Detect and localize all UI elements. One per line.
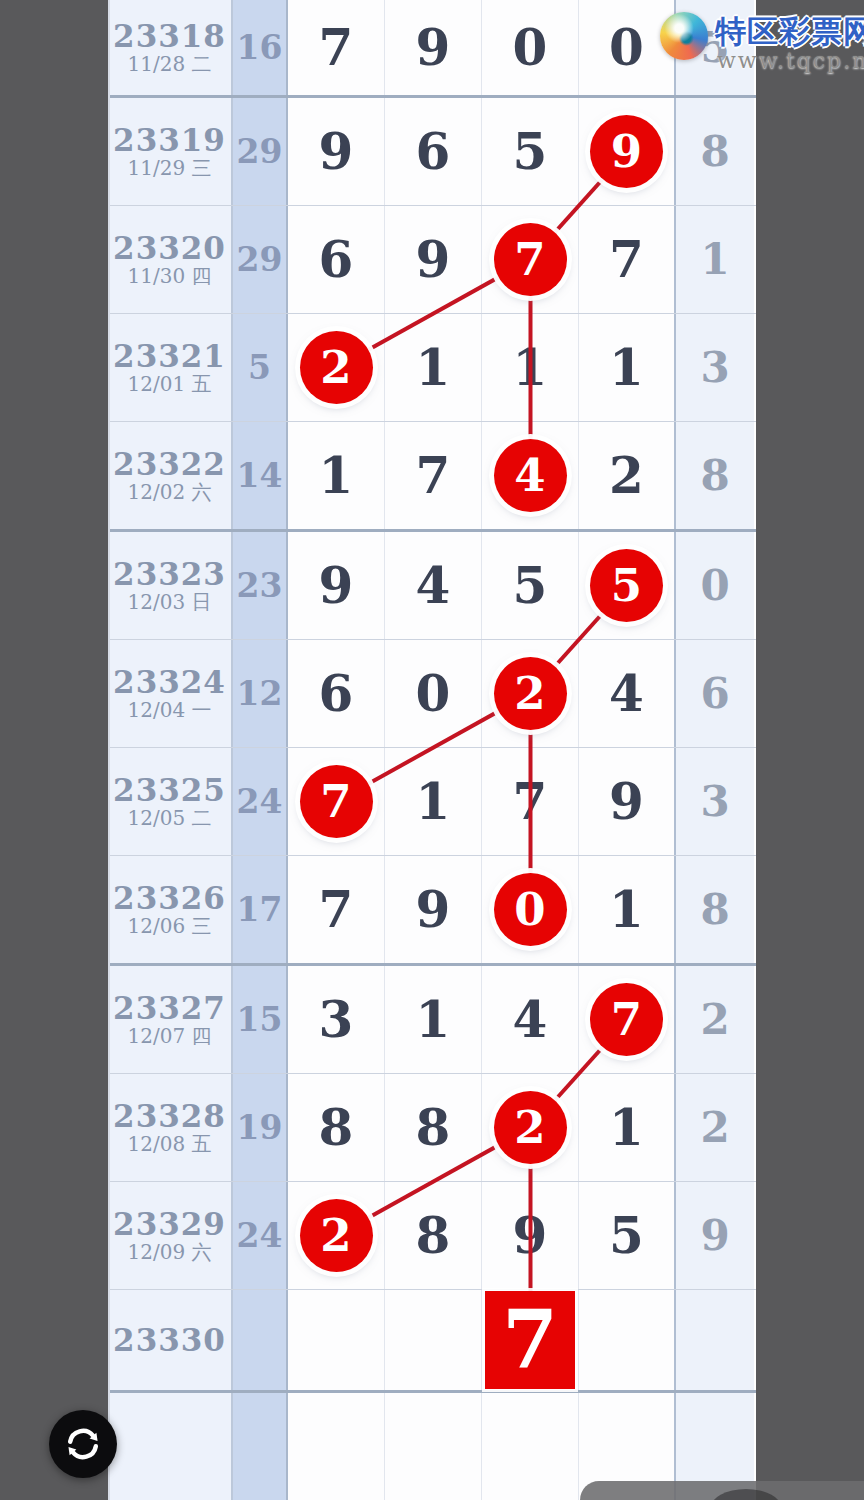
stat-cell: 29	[233, 98, 288, 205]
draw-digit: 7	[513, 772, 548, 831]
draw-digit: 5	[513, 122, 548, 181]
highlight-circle: 9	[590, 115, 663, 188]
digit-cell: 4	[482, 422, 579, 529]
digit-cell	[482, 1393, 579, 1500]
digit-cell: 0	[482, 856, 579, 963]
digit-cell: 1	[385, 748, 482, 855]
draw-digit: 7	[319, 18, 354, 77]
draw-row-23324: 2332412/04 一1260246	[108, 639, 756, 747]
draw-digit: 6	[319, 664, 354, 723]
draw-digit: 9	[319, 122, 354, 181]
draw-date: 12/08 五	[128, 1134, 212, 1155]
right-stat-cell: 8	[676, 422, 754, 529]
trend-chart-table: 2331811/28 二16790052331911/29 三299659823…	[108, 0, 756, 1500]
digit-cell: 9	[385, 206, 482, 313]
draw-digit: 1	[609, 880, 644, 939]
digit-cell: 9	[288, 98, 385, 205]
highlight-circle: 5	[590, 549, 663, 622]
period-number: 23324	[113, 666, 226, 699]
digit-cell: 6	[288, 206, 385, 313]
prediction-box: 7	[485, 1291, 575, 1389]
stat-cell: 16	[233, 0, 288, 95]
draw-digit: 9	[513, 1206, 548, 1265]
period-cell: 2332312/03 日	[108, 532, 233, 639]
right-stat-cell: 0	[676, 532, 754, 639]
period-cell: 2332412/04 一	[108, 640, 233, 747]
digit-cell: 1	[579, 856, 676, 963]
stat-cell: 23	[233, 532, 288, 639]
period-number: 23327	[113, 992, 226, 1025]
draw-digit: 5	[513, 556, 548, 615]
period-number: 23326	[113, 882, 226, 915]
stat-cell: 24	[233, 1182, 288, 1289]
draw-row-23325: 2332512/05 二2471793	[108, 747, 756, 855]
draw-digit: 0	[609, 18, 644, 77]
digit-cell: 9	[385, 0, 482, 95]
digit-cell: 7	[288, 748, 385, 855]
digit-cell: 4	[385, 532, 482, 639]
digit-cell: 2	[579, 422, 676, 529]
draw-digit: 7	[416, 446, 451, 505]
draw-date: 12/04 一	[128, 700, 212, 721]
draw-digit: 4	[513, 990, 548, 1049]
draw-row-23326: 2332612/06 三1779018	[108, 855, 756, 963]
draw-digit: 9	[416, 880, 451, 939]
period-cell: 2331811/28 二	[108, 0, 233, 95]
draw-digit: 5	[609, 1206, 644, 1265]
period-number: 23321	[113, 340, 226, 373]
period-number: 23325	[113, 774, 226, 807]
right-stat-cell: 1	[676, 206, 754, 313]
highlight-circle: 7	[590, 983, 663, 1056]
stat-cell: 14	[233, 422, 288, 529]
digit-cell: 2	[288, 1182, 385, 1289]
draw-digit: 9	[416, 230, 451, 289]
digit-cell	[288, 1393, 385, 1500]
bottom-sheet-corner	[580, 1481, 864, 1500]
draw-date: 12/03 日	[128, 592, 212, 613]
stat-cell: 29	[233, 206, 288, 313]
right-stat-cell: 3	[676, 748, 754, 855]
refresh-button[interactable]	[49, 1410, 117, 1478]
site-url: www.tqcp.net	[717, 48, 864, 73]
period-cell: 2332612/06 三	[108, 856, 233, 963]
draw-digit: 9	[416, 18, 451, 77]
draw-row-23323: 2332312/03 日2394550	[108, 529, 756, 639]
digit-cell	[579, 1290, 676, 1390]
refresh-icon	[59, 1420, 107, 1468]
draw-digit: 9	[319, 556, 354, 615]
period-number: 23318	[113, 20, 226, 53]
stat-cell	[233, 1393, 288, 1500]
draw-date: 12/07 四	[128, 1026, 212, 1047]
draw-date: 11/28 二	[128, 54, 212, 75]
draw-digit: 1	[416, 338, 451, 397]
right-stat-cell	[676, 1290, 754, 1390]
period-cell: 2332812/08 五	[108, 1074, 233, 1181]
digit-cell: 2	[482, 1074, 579, 1181]
digit-cell: 9	[579, 98, 676, 205]
draw-date: 12/09 六	[128, 1242, 212, 1263]
digit-cell: 6	[385, 98, 482, 205]
period-cell: 23330	[108, 1290, 233, 1390]
right-stat-cell: 6	[676, 640, 754, 747]
draw-row-23320: 2332011/30 四2969771	[108, 205, 756, 313]
digit-cell: 9	[385, 856, 482, 963]
stat-cell: 24	[233, 748, 288, 855]
period-cell: 2332212/02 六	[108, 422, 233, 529]
draw-row-23318: 2331811/28 二1679005	[108, 0, 756, 95]
draw-row-23319: 2331911/29 三2996598	[108, 95, 756, 205]
digit-cell: 5	[482, 98, 579, 205]
draw-digit: 0	[513, 18, 548, 77]
period-number: 23323	[113, 558, 226, 591]
digit-cell: 9	[288, 532, 385, 639]
draw-digit: 8	[416, 1098, 451, 1157]
digit-cell: 8	[385, 1182, 482, 1289]
draw-row-23328: 2332812/08 五1988212	[108, 1073, 756, 1181]
logo-swirl-icon	[660, 12, 708, 60]
stat-cell: 15	[233, 966, 288, 1073]
stat-cell: 19	[233, 1074, 288, 1181]
draw-digit: 6	[319, 230, 354, 289]
digit-cell: 7	[385, 422, 482, 529]
draw-date: 12/05 二	[128, 808, 212, 829]
draw-date: 11/29 三	[128, 158, 212, 179]
right-stat-cell: 2	[676, 1074, 754, 1181]
digit-cell: 8	[288, 1074, 385, 1181]
digit-cell: 4	[482, 966, 579, 1073]
period-cell: 2332712/07 四	[108, 966, 233, 1073]
digit-cell	[385, 1393, 482, 1500]
period-number: 23322	[113, 448, 226, 481]
highlight-circle: 2	[494, 1091, 567, 1164]
digit-cell: 2	[288, 314, 385, 421]
digit-cell: 6	[288, 640, 385, 747]
period-number: 23319	[113, 124, 226, 157]
period-cell: 2332011/30 四	[108, 206, 233, 313]
period-cell: 2331911/29 三	[108, 98, 233, 205]
draw-digit: 8	[319, 1098, 354, 1157]
period-cell: 2332912/09 六	[108, 1182, 233, 1289]
right-stat-cell: 8	[676, 98, 754, 205]
period-number: 23320	[113, 232, 226, 265]
stat-cell: 12	[233, 640, 288, 747]
draw-digit: 4	[609, 664, 644, 723]
digit-cell: 4	[579, 640, 676, 747]
digit-cell: 9	[579, 748, 676, 855]
hidden-fab-hint	[710, 1489, 782, 1500]
lottery-trend-page: 2331811/28 二16790052331911/29 三299659823…	[0, 0, 864, 1500]
stat-cell: 17	[233, 856, 288, 963]
digit-cell: 1	[579, 1074, 676, 1181]
highlight-circle: 2	[494, 657, 567, 730]
digit-cell: 0	[482, 0, 579, 95]
digit-cell: 7	[482, 748, 579, 855]
digit-cell: 8	[385, 1074, 482, 1181]
digit-cell: 5	[482, 532, 579, 639]
draw-row-23327: 2332712/07 四1531472	[108, 963, 756, 1073]
draw-date: 12/01 五	[128, 374, 212, 395]
draw-row-23321: 2332112/01 五521113	[108, 313, 756, 421]
draw-digit: 1	[609, 338, 644, 397]
draw-digit: 8	[416, 1206, 451, 1265]
draw-row-23329: 2332912/09 六2428959	[108, 1181, 756, 1289]
period-cell: 2332512/05 二	[108, 748, 233, 855]
right-stat-cell: 9	[676, 1182, 754, 1289]
site-name: 特区彩票网	[715, 11, 864, 53]
draw-date: 12/02 六	[128, 482, 212, 503]
period-cell: 2332112/01 五	[108, 314, 233, 421]
highlight-circle: 7	[300, 765, 373, 838]
draw-digit: 1	[609, 1098, 644, 1157]
digit-cell: 2	[482, 640, 579, 747]
period-number: 23329	[113, 1208, 226, 1241]
period-number: 23328	[113, 1100, 226, 1133]
highlight-circle: 0	[494, 873, 567, 946]
right-stat-cell: 3	[676, 314, 754, 421]
digit-cell: 1	[385, 966, 482, 1073]
digit-cell: 1	[482, 314, 579, 421]
digit-cell: 7	[482, 1290, 579, 1390]
highlight-circle: 2	[300, 331, 373, 404]
digit-cell: 5	[579, 1182, 676, 1289]
highlight-circle: 7	[494, 223, 567, 296]
draw-digit: 4	[416, 556, 451, 615]
draw-digit: 1	[416, 990, 451, 1049]
right-stat-cell: 8	[676, 856, 754, 963]
highlight-circle: 4	[494, 439, 567, 512]
draw-digit: 2	[609, 446, 644, 505]
digit-cell: 7	[579, 966, 676, 1073]
digit-cell: 0	[385, 640, 482, 747]
draw-digit: 6	[416, 122, 451, 181]
digit-cell: 5	[579, 532, 676, 639]
digit-cell: 1	[579, 314, 676, 421]
digit-cell: 9	[482, 1182, 579, 1289]
digit-cell: 1	[288, 422, 385, 529]
draw-date: 12/06 三	[128, 916, 212, 937]
draw-digit: 0	[416, 664, 451, 723]
digit-cell	[385, 1290, 482, 1390]
digit-cell: 3	[288, 966, 385, 1073]
highlight-circle: 2	[300, 1199, 373, 1272]
stat-cell: 5	[233, 314, 288, 421]
draw-row-23322: 2332212/02 六1417428	[108, 421, 756, 529]
period-number: 23330	[113, 1324, 226, 1357]
draw-digit: 7	[319, 880, 354, 939]
digit-cell: 7	[288, 856, 385, 963]
draw-digit: 1	[319, 446, 354, 505]
right-stat-cell: 2	[676, 966, 754, 1073]
digit-cell: 7	[482, 206, 579, 313]
draw-digit: 3	[319, 990, 354, 1049]
draw-digit: 1	[513, 338, 548, 397]
site-logo[interactable]: 特区彩票网 www.tqcp.net	[660, 10, 864, 74]
draw-digit: 1	[416, 772, 451, 831]
digit-cell	[288, 1290, 385, 1390]
digit-cell: 7	[288, 0, 385, 95]
digit-cell: 7	[579, 206, 676, 313]
digit-cell: 1	[385, 314, 482, 421]
stat-cell	[233, 1290, 288, 1390]
period-cell	[108, 1393, 233, 1500]
draw-date: 11/30 四	[128, 266, 212, 287]
draw-row-23330: 233307	[108, 1289, 756, 1390]
draw-digit: 7	[609, 230, 644, 289]
draw-digit: 9	[609, 772, 644, 831]
